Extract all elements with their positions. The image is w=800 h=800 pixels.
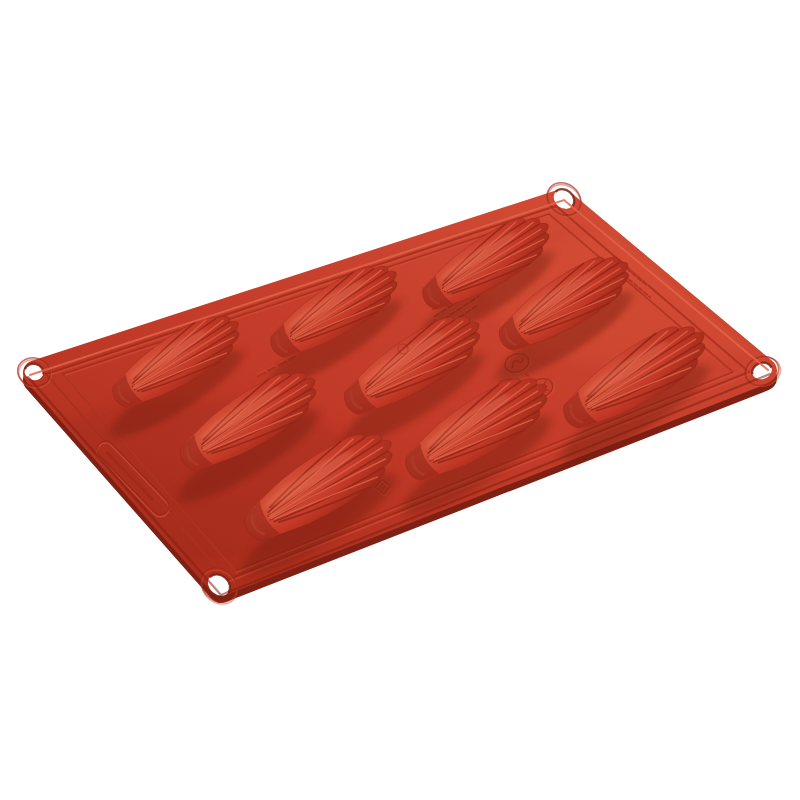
madeleine-mould-illustration xyxy=(0,0,800,800)
product-photo xyxy=(0,0,800,800)
